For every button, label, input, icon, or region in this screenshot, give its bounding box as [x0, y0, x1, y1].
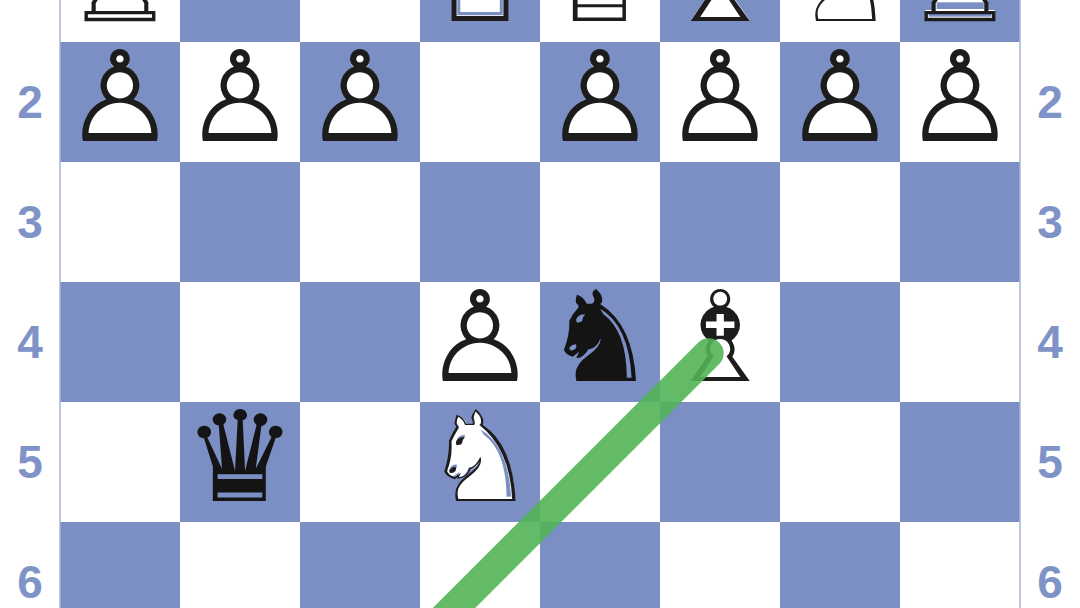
- piece-black-queen[interactable]: ♛: [180, 398, 300, 518]
- square-h2[interactable]: ♟♙: [60, 42, 180, 162]
- piece-white-knight[interactable]: ♞♘: [420, 398, 540, 518]
- square-e5[interactable]: ♞♘: [420, 402, 540, 522]
- piece-white-pawn[interactable]: ♟♙: [540, 38, 660, 158]
- square-f2[interactable]: ♟♙: [300, 42, 420, 162]
- piece-outline-glyph: ♙: [420, 278, 540, 398]
- piece-white-pawn[interactable]: ♟♙: [900, 38, 1020, 158]
- piece-white-pawn[interactable]: ♟♙: [60, 38, 180, 158]
- piece-outline-glyph: ♙: [900, 38, 1020, 158]
- rank-label-left-6: 6: [0, 522, 60, 608]
- square-h4[interactable]: [60, 282, 180, 402]
- chessboard-viewport: ♜♖♚♔♛♕♝♗♞♘♜♖♟♙♟♙♟♙♟♙♟♙♟♙♟♙♟♙♞♝♗♛♞♘♟♟♟♟♟♟…: [0, 0, 1080, 608]
- piece-white-king[interactable]: ♚♔: [420, 0, 540, 38]
- piece-white-pawn[interactable]: ♟♙: [180, 38, 300, 158]
- piece-outline-glyph: ♙: [660, 38, 780, 158]
- square-b2[interactable]: ♟♙: [780, 42, 900, 162]
- piece-white-bishop[interactable]: ♝♗: [660, 278, 780, 398]
- square-h6[interactable]: [60, 522, 180, 608]
- rank-label-left-3: 3: [0, 162, 60, 282]
- square-a2[interactable]: ♟♙: [900, 42, 1020, 162]
- rank-label-right-3: 3: [1020, 162, 1080, 282]
- square-b6[interactable]: [780, 522, 900, 608]
- piece-outline-glyph: ♙: [540, 38, 660, 158]
- square-g3[interactable]: [180, 162, 300, 282]
- square-h3[interactable]: [60, 162, 180, 282]
- square-e6[interactable]: [420, 522, 540, 608]
- square-c5[interactable]: [660, 402, 780, 522]
- piece-white-pawn[interactable]: ♟♙: [420, 278, 540, 398]
- square-g5[interactable]: ♛: [180, 402, 300, 522]
- rank-label-left-2: 2: [0, 42, 60, 162]
- piece-fill-glyph: ♞: [540, 278, 660, 398]
- square-a5[interactable]: [900, 402, 1020, 522]
- piece-outline-glyph: ♘: [420, 398, 540, 518]
- square-a6[interactable]: [900, 522, 1020, 608]
- piece-outline-glyph: ♙: [300, 38, 420, 158]
- piece-white-pawn[interactable]: ♟♙: [660, 38, 780, 158]
- square-c4[interactable]: ♝♗: [660, 282, 780, 402]
- square-e2[interactable]: [420, 42, 540, 162]
- square-a4[interactable]: [900, 282, 1020, 402]
- rank-label-left-4: 4: [0, 282, 60, 402]
- square-b3[interactable]: [780, 162, 900, 282]
- piece-outline-glyph: ♔: [420, 0, 540, 38]
- square-f6[interactable]: [300, 522, 420, 608]
- square-b4[interactable]: [780, 282, 900, 402]
- square-b5[interactable]: [780, 402, 900, 522]
- square-f3[interactable]: [300, 162, 420, 282]
- piece-fill-glyph: ♛: [180, 398, 300, 518]
- piece-black-knight[interactable]: ♞: [540, 278, 660, 398]
- square-c2[interactable]: ♟♙: [660, 42, 780, 162]
- square-g2[interactable]: ♟♙: [180, 42, 300, 162]
- piece-white-pawn[interactable]: ♟♙: [300, 38, 420, 158]
- square-c6[interactable]: [660, 522, 780, 608]
- square-e1[interactable]: ♚♔: [420, 0, 540, 42]
- rank-label-right-6: 6: [1020, 522, 1080, 608]
- piece-outline-glyph: ♗: [660, 278, 780, 398]
- square-d2[interactable]: ♟♙: [540, 42, 660, 162]
- piece-outline-glyph: ♙: [60, 38, 180, 158]
- square-d6[interactable]: [540, 522, 660, 608]
- square-h5[interactable]: [60, 402, 180, 522]
- chess-board: ♜♖♚♔♛♕♝♗♞♘♜♖♟♙♟♙♟♙♟♙♟♙♟♙♟♙♟♙♞♝♗♛♞♘♟♟♟♟♟♟…: [60, 0, 1020, 608]
- rank-label-right-2: 2: [1020, 42, 1080, 162]
- square-f4[interactable]: [300, 282, 420, 402]
- square-g6[interactable]: [180, 522, 300, 608]
- rank-label-left-5: 5: [0, 402, 60, 522]
- square-f5[interactable]: [300, 402, 420, 522]
- square-a3[interactable]: [900, 162, 1020, 282]
- piece-white-pawn[interactable]: ♟♙: [780, 38, 900, 158]
- square-d5[interactable]: [540, 402, 660, 522]
- rank-label-right-4: 4: [1020, 282, 1080, 402]
- square-d4[interactable]: ♞: [540, 282, 660, 402]
- piece-outline-glyph: ♙: [180, 38, 300, 158]
- piece-outline-glyph: ♙: [780, 38, 900, 158]
- rank-label-right-5: 5: [1020, 402, 1080, 522]
